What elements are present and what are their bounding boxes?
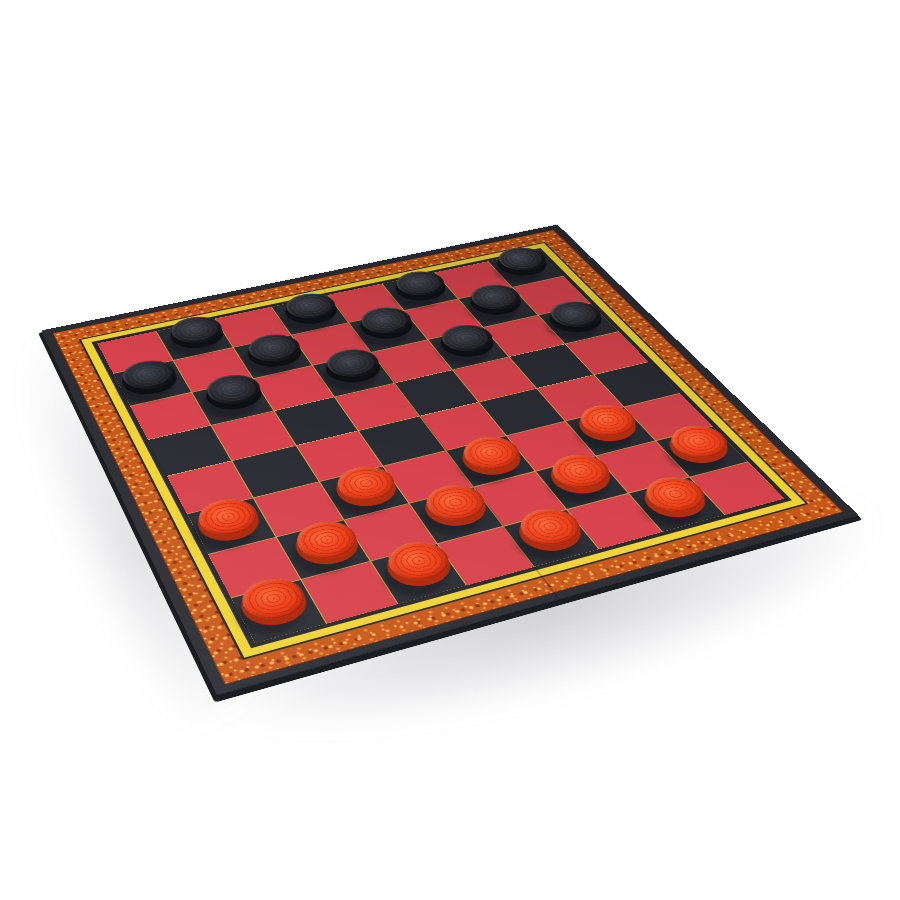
black-checker[interactable] xyxy=(389,277,451,308)
red-checker[interactable] xyxy=(661,431,736,472)
red-checker[interactable] xyxy=(511,514,589,561)
red-checker[interactable] xyxy=(380,547,458,596)
scene xyxy=(0,0,900,900)
black-checker[interactable] xyxy=(355,313,419,347)
black-checker[interactable] xyxy=(434,331,500,366)
black-checker[interactable] xyxy=(202,381,268,419)
red-checker[interactable] xyxy=(418,490,494,535)
black-checker[interactable] xyxy=(118,366,182,403)
red-checker[interactable] xyxy=(235,584,313,636)
black-checker[interactable] xyxy=(320,355,386,391)
